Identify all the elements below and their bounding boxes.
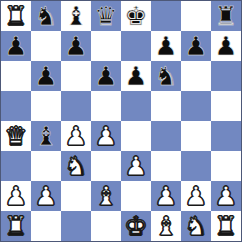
- square-d7[interactable]: [91, 31, 121, 61]
- square-d4[interactable]: ♟: [91, 121, 121, 151]
- piece-white-knight[interactable]: ♞: [184, 213, 207, 239]
- square-e2[interactable]: [121, 181, 151, 211]
- square-d5[interactable]: [91, 91, 121, 121]
- square-e3[interactable]: ♟: [121, 151, 151, 181]
- square-a3[interactable]: [1, 151, 31, 181]
- piece-white-bishop[interactable]: ♝: [154, 213, 177, 239]
- square-h7[interactable]: ♟: [211, 31, 241, 61]
- piece-white-rook[interactable]: ♜: [214, 213, 237, 239]
- piece-black-pawn[interactable]: ♟: [124, 63, 147, 89]
- piece-white-pawn[interactable]: ♟: [154, 183, 177, 209]
- square-a6[interactable]: [1, 61, 31, 91]
- piece-white-pawn[interactable]: ♟: [94, 123, 117, 149]
- piece-white-rook[interactable]: ♜: [4, 213, 27, 239]
- piece-white-queen[interactable]: ♛: [4, 123, 27, 149]
- square-d8[interactable]: ♛: [91, 1, 121, 31]
- piece-black-bishop[interactable]: ♝: [64, 3, 87, 29]
- square-g6[interactable]: [181, 61, 211, 91]
- piece-white-knight[interactable]: ♞: [64, 153, 87, 179]
- square-h1[interactable]: ♜: [211, 211, 241, 241]
- square-f3[interactable]: [151, 151, 181, 181]
- square-d3[interactable]: [91, 151, 121, 181]
- square-h8[interactable]: ♜: [211, 1, 241, 31]
- piece-black-pawn[interactable]: ♟: [184, 33, 207, 59]
- square-f7[interactable]: ♟: [151, 31, 181, 61]
- piece-white-pawn[interactable]: ♟: [214, 183, 237, 209]
- square-b8[interactable]: ♞: [31, 1, 61, 31]
- square-c6[interactable]: [61, 61, 91, 91]
- square-b2[interactable]: ♟: [31, 181, 61, 211]
- square-b4[interactable]: ♝: [31, 121, 61, 151]
- piece-black-pawn[interactable]: ♟: [154, 33, 177, 59]
- square-a1[interactable]: ♜: [1, 211, 31, 241]
- square-a4[interactable]: ♛: [1, 121, 31, 151]
- square-h6[interactable]: [211, 61, 241, 91]
- square-b3[interactable]: [31, 151, 61, 181]
- square-b5[interactable]: [31, 91, 61, 121]
- square-b7[interactable]: [31, 31, 61, 61]
- square-g5[interactable]: [181, 91, 211, 121]
- square-e5[interactable]: [121, 91, 151, 121]
- square-e8[interactable]: ♚: [121, 1, 151, 31]
- square-g7[interactable]: ♟: [181, 31, 211, 61]
- square-f8[interactable]: [151, 1, 181, 31]
- chess-board: ♜♞♝♛♚♜♟♟♟♟♟♟♟♟♞♛♝♟♟♞♟♟♟♝♟♟♟♜♚♝♞♜: [0, 0, 242, 242]
- square-f4[interactable]: [151, 121, 181, 151]
- piece-white-pawn[interactable]: ♟: [184, 183, 207, 209]
- piece-black-bishop[interactable]: ♝: [34, 123, 57, 149]
- square-d2[interactable]: ♝: [91, 181, 121, 211]
- piece-black-knight[interactable]: ♞: [154, 63, 177, 89]
- square-g4[interactable]: [181, 121, 211, 151]
- square-g3[interactable]: [181, 151, 211, 181]
- square-c2[interactable]: [61, 181, 91, 211]
- piece-black-king[interactable]: ♚: [124, 3, 147, 29]
- piece-black-pawn[interactable]: ♟: [214, 33, 237, 59]
- square-a5[interactable]: [1, 91, 31, 121]
- square-h2[interactable]: ♟: [211, 181, 241, 211]
- square-e1[interactable]: ♚: [121, 211, 151, 241]
- piece-black-queen[interactable]: ♛: [94, 3, 117, 29]
- square-e7[interactable]: [121, 31, 151, 61]
- square-f6[interactable]: ♞: [151, 61, 181, 91]
- square-g2[interactable]: ♟: [181, 181, 211, 211]
- square-b6[interactable]: ♟: [31, 61, 61, 91]
- square-c7[interactable]: ♟: [61, 31, 91, 61]
- piece-black-pawn[interactable]: ♟: [4, 33, 27, 59]
- square-f1[interactable]: ♝: [151, 211, 181, 241]
- square-a2[interactable]: ♟: [1, 181, 31, 211]
- square-e6[interactable]: ♟: [121, 61, 151, 91]
- square-d6[interactable]: ♟: [91, 61, 121, 91]
- piece-white-bishop[interactable]: ♝: [94, 183, 117, 209]
- square-f5[interactable]: [151, 91, 181, 121]
- piece-white-king[interactable]: ♚: [124, 213, 147, 239]
- square-h3[interactable]: [211, 151, 241, 181]
- piece-white-pawn[interactable]: ♟: [64, 123, 87, 149]
- square-d1[interactable]: [91, 211, 121, 241]
- piece-white-pawn[interactable]: ♟: [34, 183, 57, 209]
- square-a8[interactable]: ♜: [1, 1, 31, 31]
- square-c8[interactable]: ♝: [61, 1, 91, 31]
- piece-black-pawn[interactable]: ♟: [34, 63, 57, 89]
- piece-black-rook[interactable]: ♜: [214, 3, 237, 29]
- piece-white-pawn[interactable]: ♟: [4, 183, 27, 209]
- piece-black-pawn[interactable]: ♟: [64, 33, 87, 59]
- square-a7[interactable]: ♟: [1, 31, 31, 61]
- square-h4[interactable]: [211, 121, 241, 151]
- piece-black-knight[interactable]: ♞: [34, 3, 57, 29]
- square-g1[interactable]: ♞: [181, 211, 211, 241]
- square-f2[interactable]: ♟: [151, 181, 181, 211]
- square-c5[interactable]: [61, 91, 91, 121]
- piece-white-rook[interactable]: ♜: [4, 3, 27, 29]
- square-c1[interactable]: [61, 211, 91, 241]
- square-h5[interactable]: [211, 91, 241, 121]
- piece-white-pawn[interactable]: ♟: [124, 153, 147, 179]
- square-b1[interactable]: [31, 211, 61, 241]
- square-e4[interactable]: [121, 121, 151, 151]
- square-g8[interactable]: [181, 1, 211, 31]
- square-c4[interactable]: ♟: [61, 121, 91, 151]
- square-c3[interactable]: ♞: [61, 151, 91, 181]
- piece-black-pawn[interactable]: ♟: [94, 63, 117, 89]
